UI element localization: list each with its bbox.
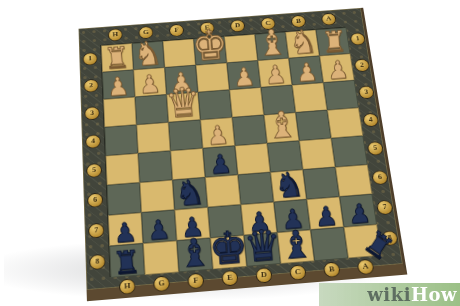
square-c1[interactable]: ♝ [255,32,289,61]
file-label: D [255,267,273,284]
square-f1[interactable] [163,39,196,68]
rank-label: 4 [85,134,101,149]
square-e1[interactable]: ♚ [193,36,226,65]
rank-label: 7 [88,223,104,239]
square-d4[interactable] [232,115,267,146]
black-pawn-g7[interactable]: ♟ [146,216,171,244]
rank-label: 4 [362,113,379,127]
square-e4[interactable]: ♟ [200,117,235,148]
black-pawn-a7[interactable]: ♟ [347,200,372,228]
rank-label: 1 [350,32,366,45]
white-bishop-c4[interactable]: ♝ [265,106,299,144]
square-g1[interactable]: ♞ [132,41,165,70]
square-h3[interactable] [103,97,136,127]
square-g8[interactable] [143,241,179,275]
rank-label: 6 [371,170,389,185]
square-h2[interactable]: ♟ [102,70,135,100]
white-queen-f3[interactable]: ♛ [164,81,202,124]
file-label: G [153,276,170,293]
square-c2[interactable]: ♟ [258,58,292,87]
rank-label: 2 [354,58,371,72]
square-b6[interactable] [303,167,340,199]
square-d2[interactable]: ♟ [227,60,261,89]
file-label: H [119,278,136,295]
photo-canvas: HGFEDCBA 12345678 ♜♞♚♝♞♜♟♟♟♟♟♟♟♛♟♝♟♞♞♟♟♟… [0,0,460,306]
square-c6[interactable]: ♞ [270,170,306,202]
white-king-e1[interactable]: ♚ [191,23,229,67]
wikihow-watermark: wikiHow [319,283,460,306]
square-d6[interactable] [238,172,274,204]
file-label: D [230,19,246,32]
square-e2[interactable] [196,63,230,92]
white-pawn-b2[interactable]: ♟ [295,59,318,86]
black-bishop-f8[interactable]: ♝ [177,233,213,274]
square-g5[interactable] [138,151,172,183]
rank-label: 8 [89,254,106,270]
square-d8[interactable]: ♛ [244,232,281,266]
board-frame: HGFEDCBA 12345678 ♜♞♚♝♞♜♟♟♟♟♟♟♟♛♟♝♟♞♞♟♟♟… [79,8,408,301]
file-label: F [187,273,204,290]
square-e5[interactable]: ♟ [203,146,238,178]
square-g2[interactable]: ♟ [133,67,166,96]
square-h4[interactable] [104,125,138,156]
square-e6[interactable] [205,175,241,207]
black-knight-f6[interactable]: ♞ [174,175,206,212]
black-rook-h8[interactable]: ♜ [111,246,141,280]
white-knight-b1[interactable]: ♞ [288,25,318,59]
square-g3[interactable] [135,95,169,125]
white-rook-a1[interactable]: ♜ [321,26,348,57]
rank-label: 3 [358,85,375,99]
square-g4[interactable] [136,122,170,153]
square-b4[interactable] [296,110,332,141]
square-b8[interactable] [310,227,348,261]
square-a8[interactable]: ♜ [344,224,382,258]
black-pawn-b7[interactable]: ♟ [314,203,339,231]
white-pawn-e4[interactable]: ♟ [206,122,230,149]
rank-label: 3 [84,106,100,120]
square-b1[interactable]: ♞ [285,30,319,58]
square-h6[interactable] [107,182,142,215]
square-h7[interactable]: ♟ [108,213,143,247]
watermark-wiki-text: wiki [367,286,411,304]
square-b2[interactable]: ♟ [289,56,324,85]
chess-board: HGFEDCBA 12345678 ♜♞♚♝♞♜♟♟♟♟♟♟♟♛♟♝♟♞♞♟♟♟… [79,8,408,301]
square-f6[interactable]: ♞ [172,177,207,210]
rank-label: 5 [367,141,384,156]
white-knight-g1[interactable]: ♞ [132,37,163,72]
file-label: B [323,262,341,278]
rank-label: 2 [83,79,98,93]
watermark-how-text: How [411,286,457,304]
white-pawn-g2[interactable]: ♟ [138,71,162,98]
rank-label: 7 [376,200,394,216]
white-rook-h1[interactable]: ♜ [103,42,130,73]
white-pawn-d2[interactable]: ♟ [233,64,256,91]
square-d3[interactable] [229,87,263,117]
square-h1[interactable]: ♜ [101,43,133,72]
black-knight-c6[interactable]: ♞ [273,167,305,204]
black-pawn-e5[interactable]: ♟ [208,151,232,179]
square-d5[interactable] [235,143,270,175]
square-a1[interactable]: ♜ [316,27,350,55]
black-bishop-c8[interactable]: ♝ [279,225,314,265]
square-c8[interactable]: ♝ [277,230,314,264]
square-b5[interactable] [299,138,335,169]
rank-label: 1 [83,52,98,66]
square-f8[interactable]: ♝ [177,238,213,272]
square-f4[interactable] [168,120,202,151]
square-b3[interactable] [292,83,327,113]
rank-label: 6 [87,192,103,208]
board-grid: ♜♞♚♝♞♜♟♟♟♟♟♟♟♛♟♝♟♞♞♟♟♟♟♟♟♟♜♝♚♛♝♜ [100,27,381,277]
white-bishop-c1[interactable]: ♝ [256,25,288,62]
black-queen-d8[interactable]: ♛ [242,223,282,268]
file-label: A [356,259,374,275]
square-h5[interactable] [106,153,140,185]
square-e8[interactable]: ♚ [210,235,247,269]
square-g6[interactable] [140,180,175,213]
white-pawn-h2[interactable]: ♟ [106,74,130,101]
square-g7[interactable]: ♟ [141,210,176,243]
white-pawn-a2[interactable]: ♟ [327,57,350,84]
square-h8[interactable]: ♜ [109,243,144,277]
file-label: C [289,264,307,280]
square-b7[interactable]: ♟ [307,197,344,230]
file-label: E [221,270,239,287]
square-e3[interactable] [198,90,232,120]
square-a5[interactable] [331,136,367,167]
white-pawn-c2[interactable]: ♟ [264,62,287,89]
rank-label: 5 [86,163,102,178]
file-label: F [169,24,184,37]
square-f3[interactable]: ♛ [166,92,200,122]
square-c4[interactable]: ♝ [264,112,299,143]
square-d1[interactable] [224,34,258,63]
